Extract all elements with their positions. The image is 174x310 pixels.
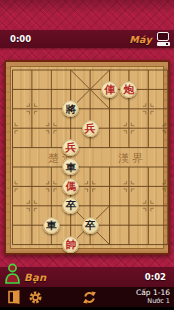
piece-red-horse[interactable]: 傌 [62,178,79,195]
player-name: Bạn [24,272,46,283]
piece-black-soldier[interactable]: 卒 [82,217,99,234]
settings-button[interactable] [28,290,43,305]
exit-button[interactable] [7,290,21,304]
app-screen: 0:00 Máy 楚河 漢界 俥炮將兵兵車傌卒車卒帥 Bạn 0:02 [0,0,174,310]
piece-black-general[interactable]: 將 [62,100,79,117]
piece-black-chariot[interactable]: 車 [62,158,79,175]
exit-icon [7,290,21,304]
piece-red-chariot[interactable]: 俥 [101,81,118,98]
pieces-grid: 俥炮將兵兵車傌卒車卒帥 [3,60,174,254]
piece-red-soldier[interactable]: 兵 [62,139,79,156]
player-timer: 0:02 [145,272,166,282]
piece-red-soldier[interactable]: 兵 [82,120,99,137]
piece-red-cannon[interactable]: 炮 [120,81,137,98]
piece-black-chariot[interactable]: 車 [43,217,60,234]
bottom-toolbar: Cấp 1-16 Nước 1 [0,287,174,310]
person-icon [4,261,21,285]
xiangqi-board[interactable]: 楚河 漢界 俥炮將兵兵車傌卒車卒帥 [4,60,170,255]
gear-icon [28,290,43,305]
opponent-bar: 0:00 Máy [0,30,174,48]
move-label: Nước 1 [136,298,170,305]
level-info: Cấp 1-16 Nước 1 [136,289,170,305]
player-bar: Bạn 0:02 [0,267,174,287]
refresh-icon [82,290,97,305]
opponent-timer: 0:00 [10,34,31,44]
restart-button[interactable] [82,290,97,305]
piece-black-soldier[interactable]: 卒 [62,197,79,214]
piece-red-general[interactable]: 帥 [62,236,79,253]
opponent-name: Máy [129,34,152,45]
computer-icon [157,32,170,46]
